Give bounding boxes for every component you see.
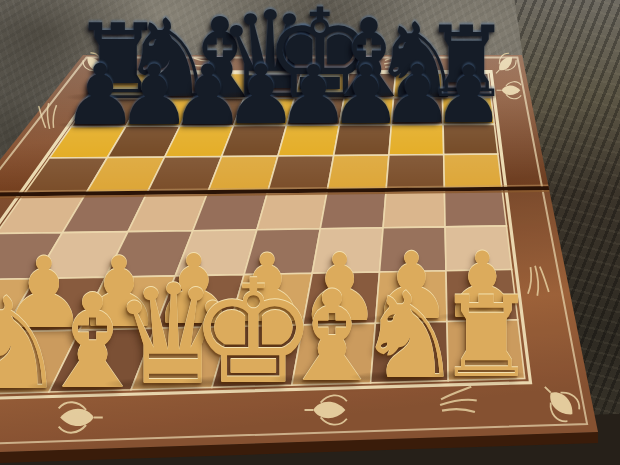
photo-stage: ♜♞♝♛♚♝♞♜♟♟♟♟♟♟♟♟♟♟♟♟♟♟♟♟♜♞♝♛♚♝♞♜ [0,0,620,465]
pieces-layer: ♜♞♝♛♚♝♞♜♟♟♟♟♟♟♟♟♟♟♟♟♟♟♟♟♜♞♝♛♚♝♞♜ [0,0,620,465]
piece-black-pawn-h7[interactable]: ♟ [433,56,504,135]
piece-white-rook-h1[interactable]: ♜ [436,280,536,392]
